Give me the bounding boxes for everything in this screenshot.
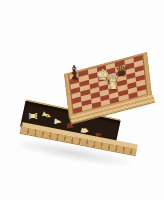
piece-white-knight: ♞ (108, 80, 118, 91)
standing-pieces-layer: ♝♟♚♛♛♞ (0, 0, 164, 200)
piece-black-pawn: ♟ (71, 72, 79, 81)
chess-set-product-photo: ♜♝♟♟♞♟ ♝♟♚♛♛♞ (0, 0, 164, 200)
